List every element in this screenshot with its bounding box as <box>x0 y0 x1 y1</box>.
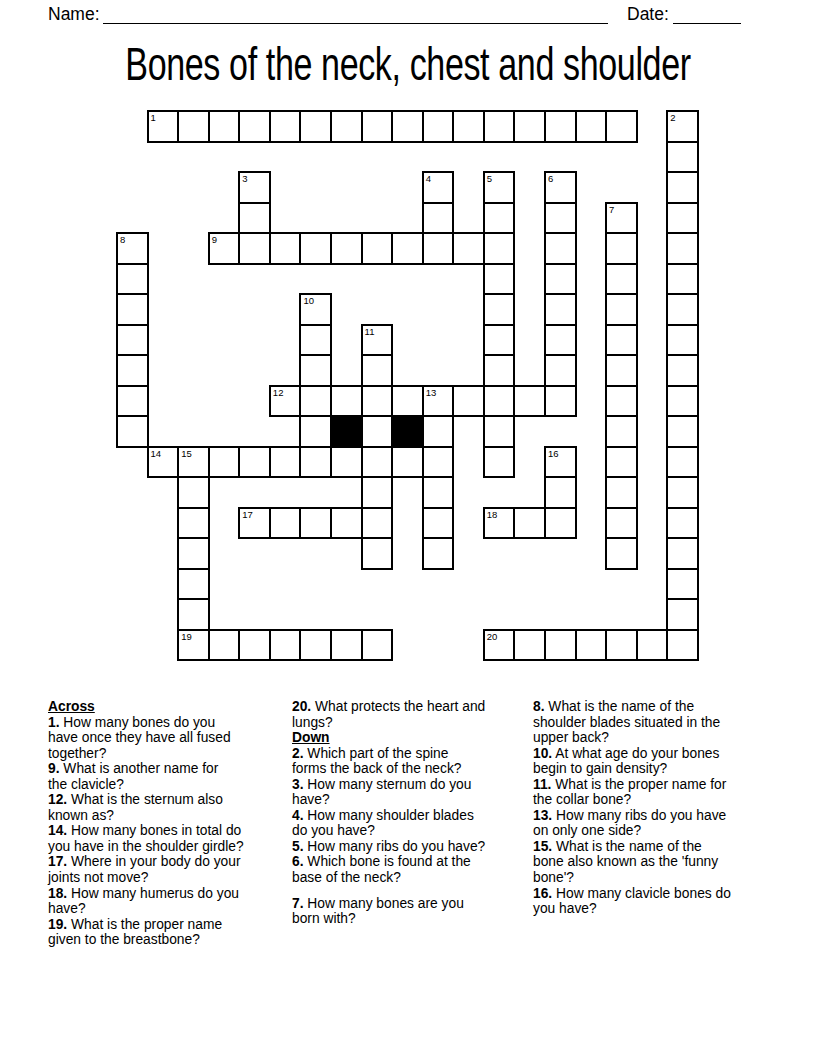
grid-cell[interactable]: 2 <box>666 110 699 143</box>
grid-cell[interactable] <box>544 324 577 357</box>
grid-cell[interactable] <box>513 385 546 418</box>
grid-cell[interactable]: 18 <box>483 507 516 540</box>
grid-cell[interactable] <box>666 202 699 235</box>
grid-cell[interactable]: 6 <box>544 171 577 204</box>
grid-cell[interactable] <box>605 415 638 448</box>
clue-number: 18 <box>485 509 514 520</box>
grid-cell[interactable] <box>605 476 638 509</box>
clue-across-12: 12. What is the sternum also known as? <box>48 792 292 823</box>
grid-cell[interactable]: 14 <box>147 446 180 479</box>
grid-cell[interactable] <box>575 629 608 662</box>
grid-cell[interactable] <box>422 446 455 479</box>
grid-cell[interactable] <box>361 446 394 479</box>
grid-cell[interactable] <box>238 446 271 479</box>
page-title: Bones of the neck, chest and shoulder <box>106 41 710 87</box>
grid-cell[interactable] <box>361 415 394 448</box>
grid-cell[interactable] <box>666 263 699 296</box>
grid-cell[interactable] <box>422 202 455 235</box>
grid-cell[interactable] <box>483 354 516 387</box>
grid-cell[interactable] <box>208 110 241 143</box>
grid-cell[interactable] <box>452 232 485 265</box>
grid-cell[interactable] <box>666 537 699 570</box>
grid-cell[interactable] <box>636 629 669 662</box>
grid-cell[interactable] <box>361 476 394 509</box>
grid-cell[interactable] <box>269 629 302 662</box>
black-cell <box>330 415 363 448</box>
clue-down-3: 3. How many sternum do you have? <box>292 777 528 808</box>
grid-cell[interactable] <box>299 110 332 143</box>
grid-cell[interactable] <box>452 110 485 143</box>
grid-cell[interactable] <box>177 110 210 143</box>
clue-number: 15 <box>179 448 208 459</box>
clue-down-8: 8. What is the name of the shoulder blad… <box>533 699 773 746</box>
grid-cell[interactable] <box>116 263 149 296</box>
clue-down-16: 16. How many clavicle bones do you have? <box>533 886 773 917</box>
clue-number: 12 <box>271 387 300 398</box>
grid-cell[interactable]: 19 <box>177 629 210 662</box>
grid-cell[interactable] <box>208 446 241 479</box>
grid-cell[interactable] <box>391 385 424 418</box>
grid-cell[interactable]: 17 <box>238 507 271 540</box>
grid-cell[interactable] <box>666 232 699 265</box>
clue-number: 2 <box>668 112 697 123</box>
clue-number: 10 <box>301 295 330 306</box>
grid-cell[interactable] <box>116 385 149 418</box>
grid-cell[interactable] <box>666 568 699 601</box>
clue-across-20: 20. What protects the heart and lungs? <box>292 699 528 730</box>
grid-cell[interactable] <box>330 232 363 265</box>
grid-cell[interactable] <box>666 629 699 662</box>
grid-cell[interactable] <box>330 110 363 143</box>
grid-cell[interactable] <box>666 324 699 357</box>
grid-cell[interactable] <box>483 232 516 265</box>
grid-cell[interactable] <box>605 354 638 387</box>
grid-cell[interactable] <box>513 507 546 540</box>
clue-number: 5 <box>485 173 514 184</box>
grid-cell[interactable] <box>605 507 638 540</box>
grid-cell[interactable] <box>605 232 638 265</box>
clue-down-10: 10. At what age do your bones begin to g… <box>533 746 773 777</box>
clue-across-1: 1. How many bones do you have once they … <box>48 715 292 762</box>
grid-cell[interactable] <box>452 385 485 418</box>
grid-cell[interactable] <box>666 141 699 174</box>
clues-column-2: 20. What protects the heart and lungs? D… <box>292 699 528 927</box>
grid-cell[interactable] <box>483 385 516 418</box>
clue-down-4: 4. How many shoulder blades do you have? <box>292 808 528 839</box>
grid-cell[interactable] <box>391 446 424 479</box>
date-label: Date: <box>627 4 669 24</box>
grid-cell[interactable] <box>422 476 455 509</box>
grid-cell[interactable] <box>269 232 302 265</box>
grid-cell[interactable] <box>483 446 516 479</box>
grid-cell[interactable] <box>666 385 699 418</box>
clue-number: 16 <box>546 448 575 459</box>
grid-cell[interactable] <box>238 110 271 143</box>
clue-number: 19 <box>179 631 208 642</box>
grid-cell[interactable] <box>422 537 455 570</box>
grid-cell[interactable]: 4 <box>422 171 455 204</box>
grid-cell[interactable] <box>269 446 302 479</box>
grid-cell[interactable] <box>605 110 638 143</box>
grid-cell[interactable]: 15 <box>177 446 210 479</box>
clue-number: 8 <box>118 234 147 245</box>
grid-cell[interactable] <box>330 629 363 662</box>
grid-cell[interactable] <box>422 415 455 448</box>
clue-down-2: 2. Which part of the spine forms the bac… <box>292 746 528 777</box>
grid-cell[interactable]: 3 <box>238 171 271 204</box>
grid-cell[interactable] <box>422 110 455 143</box>
grid-cell[interactable] <box>116 415 149 448</box>
clue-number: 20 <box>485 631 514 642</box>
grid-cell[interactable] <box>330 385 363 418</box>
grid-cell[interactable] <box>605 446 638 479</box>
grid-cell[interactable] <box>361 507 394 540</box>
grid-cell[interactable] <box>330 446 363 479</box>
grid-cell[interactable] <box>544 293 577 326</box>
clue-number: 14 <box>149 448 178 459</box>
clue-down-5: 5. How many ribs do you have? <box>292 839 528 855</box>
grid-cell[interactable] <box>666 598 699 631</box>
grid-cell[interactable] <box>483 415 516 448</box>
clue-number: 11 <box>363 326 392 337</box>
grid-cell[interactable] <box>269 507 302 540</box>
grid-cell[interactable] <box>605 293 638 326</box>
down-heading: Down <box>292 730 528 746</box>
grid-cell[interactable] <box>422 232 455 265</box>
grid-cell[interactable] <box>605 324 638 357</box>
clue-across-17: 17. Where in your body do your joints no… <box>48 854 292 885</box>
date-field[interactable] <box>673 5 741 24</box>
clues-column-3: 8. What is the name of the shoulder blad… <box>533 699 773 917</box>
grid-cell[interactable]: 1 <box>147 110 180 143</box>
grid-cell[interactable] <box>177 568 210 601</box>
grid-cell[interactable] <box>544 507 577 540</box>
grid-cell[interactable] <box>483 263 516 296</box>
grid-cell[interactable] <box>391 110 424 143</box>
grid-cell[interactable]: 11 <box>361 324 394 357</box>
grid-cell[interactable] <box>391 232 424 265</box>
worksheet-page: Name: Date: Bones of the neck, chest and… <box>0 0 816 1056</box>
grid-cell[interactable] <box>513 629 546 662</box>
clue-across-19: 19. What is the proper name given to the… <box>48 917 292 948</box>
clue-down-11: 11. What is the proper name for the coll… <box>533 777 773 808</box>
clue-down-13: 13. How many ribs do you have on only on… <box>533 808 773 839</box>
grid-cell[interactable] <box>299 446 332 479</box>
grid-cell[interactable] <box>483 324 516 357</box>
grid-cell[interactable] <box>483 110 516 143</box>
clue-number: 3 <box>240 173 269 184</box>
crossword-grid: 1234567891011121314151617181920 <box>117 111 699 661</box>
grid-cell[interactable] <box>483 293 516 326</box>
grid-cell[interactable] <box>238 629 271 662</box>
grid-cell[interactable] <box>605 537 638 570</box>
black-cell <box>391 415 424 448</box>
grid-cell[interactable] <box>544 476 577 509</box>
clue-number: 6 <box>546 173 575 184</box>
clue-across-18: 18. How many humerus do you have? <box>48 886 292 917</box>
grid-cell[interactable] <box>238 232 271 265</box>
grid-cell[interactable] <box>666 171 699 204</box>
grid-cell[interactable] <box>269 110 302 143</box>
grid-cell[interactable] <box>544 232 577 265</box>
across-heading: Across <box>48 699 292 715</box>
grid-cell[interactable] <box>299 385 332 418</box>
grid-cell[interactable] <box>544 629 577 662</box>
grid-cell[interactable] <box>177 537 210 570</box>
grid-cell[interactable]: 10 <box>299 293 332 326</box>
grid-cell[interactable] <box>544 202 577 235</box>
grid-cell[interactable] <box>513 110 546 143</box>
grid-cell[interactable]: 9 <box>208 232 241 265</box>
name-label: Name: <box>48 4 100 24</box>
grid-cell[interactable] <box>544 263 577 296</box>
clue-across-9: 9. What is another name for the clavicle… <box>48 761 292 792</box>
grid-cell[interactable] <box>544 110 577 143</box>
grid-cell[interactable] <box>361 232 394 265</box>
clue-number: 7 <box>607 204 636 215</box>
grid-cell[interactable] <box>666 293 699 326</box>
grid-cell[interactable] <box>299 232 332 265</box>
grid-cell[interactable] <box>177 507 210 540</box>
clue-number: 17 <box>240 509 269 520</box>
grid-cell[interactable] <box>605 385 638 418</box>
grid-cell[interactable] <box>116 354 149 387</box>
grid-cell[interactable] <box>605 263 638 296</box>
grid-cell[interactable] <box>575 110 608 143</box>
grid-cell[interactable] <box>299 629 332 662</box>
grid-cell[interactable]: 16 <box>544 446 577 479</box>
grid-cell[interactable] <box>177 476 210 509</box>
grid-cell[interactable] <box>605 629 638 662</box>
grid-cell[interactable]: 20 <box>483 629 516 662</box>
grid-cell[interactable]: 12 <box>269 385 302 418</box>
clue-down-15: 15. What is the name of the bone also kn… <box>533 839 773 886</box>
grid-cell[interactable] <box>299 324 332 357</box>
clue-number: 9 <box>210 234 239 245</box>
grid-cell[interactable] <box>361 110 394 143</box>
grid-cell[interactable] <box>666 476 699 509</box>
grid-cell[interactable] <box>116 324 149 357</box>
grid-cell[interactable] <box>116 293 149 326</box>
grid-cell[interactable] <box>361 537 394 570</box>
grid-cell[interactable] <box>299 354 332 387</box>
clue-across-14: 14. How many bones in total do you have … <box>48 823 292 854</box>
grid-cell[interactable]: 13 <box>422 385 455 418</box>
grid-cell[interactable] <box>330 507 363 540</box>
grid-cell[interactable] <box>544 385 577 418</box>
grid-cell[interactable]: 5 <box>483 171 516 204</box>
grid-cell[interactable] <box>238 202 271 235</box>
grid-cell[interactable] <box>299 415 332 448</box>
clue-number: 4 <box>424 173 453 184</box>
clues-column-1: Across 1. How many bones do you have onc… <box>48 699 292 948</box>
grid-cell[interactable] <box>666 415 699 448</box>
grid-cell[interactable] <box>666 446 699 479</box>
clue-number: 1 <box>149 112 178 123</box>
clue-down-6: 6. Which bone is found at the base of th… <box>292 854 528 885</box>
grid-cell[interactable] <box>361 629 394 662</box>
grid-cell[interactable] <box>422 507 455 540</box>
grid-cell[interactable] <box>177 598 210 631</box>
grid-cell[interactable] <box>208 629 241 662</box>
name-field[interactable] <box>103 5 608 24</box>
grid-cell[interactable] <box>361 385 394 418</box>
grid-cell[interactable] <box>299 507 332 540</box>
grid-cell[interactable] <box>666 507 699 540</box>
grid-cell[interactable] <box>666 354 699 387</box>
grid-cell[interactable] <box>483 202 516 235</box>
clue-number: 13 <box>424 387 453 398</box>
grid-cell[interactable]: 8 <box>116 232 149 265</box>
grid-cell[interactable]: 7 <box>605 202 638 235</box>
grid-cell[interactable] <box>544 354 577 387</box>
clue-down-7: 7. How many bones are you born with? <box>292 896 528 927</box>
grid-cell[interactable] <box>361 354 394 387</box>
